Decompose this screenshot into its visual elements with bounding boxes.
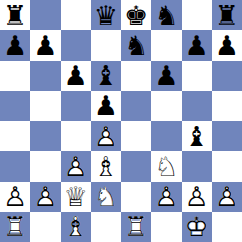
- square-a6[interactable]: [0, 61, 30, 91]
- white-pawn-icon: ♟♙: [61, 151, 91, 181]
- square-h6[interactable]: [212, 61, 242, 91]
- square-e7[interactable]: ♞: [121, 30, 151, 60]
- square-b6[interactable]: [30, 61, 60, 91]
- square-h2[interactable]: ♟♙: [212, 182, 242, 212]
- square-f6[interactable]: ♟: [151, 61, 181, 91]
- black-king-icon: ♚: [121, 0, 151, 30]
- white-pawn-icon: ♟♙: [0, 182, 30, 212]
- square-d3[interactable]: ♝♗: [91, 151, 121, 181]
- square-g6[interactable]: [182, 61, 212, 91]
- square-a3[interactable]: [0, 151, 30, 181]
- white-pawn-icon: ♟♙: [91, 121, 121, 151]
- black-pawn-icon: ♟: [61, 61, 91, 91]
- square-h1[interactable]: [212, 212, 242, 242]
- square-c4[interactable]: [61, 121, 91, 151]
- black-pawn-icon: ♟: [212, 30, 242, 60]
- square-a2[interactable]: ♟♙: [0, 182, 30, 212]
- square-b3[interactable]: [30, 151, 60, 181]
- square-e6[interactable]: [121, 61, 151, 91]
- black-knight-icon: ♞: [121, 30, 151, 60]
- square-f4[interactable]: [151, 121, 181, 151]
- square-c6[interactable]: ♟: [61, 61, 91, 91]
- square-d4[interactable]: ♟♙: [91, 121, 121, 151]
- black-pawn-icon: ♟: [0, 30, 30, 60]
- square-c7[interactable]: [61, 30, 91, 60]
- square-d8[interactable]: ♛: [91, 0, 121, 30]
- square-f3[interactable]: ♞♘: [151, 151, 181, 181]
- black-rook-icon: ♜: [212, 0, 242, 30]
- white-knight-icon: ♞♘: [151, 151, 181, 181]
- square-d1[interactable]: [91, 212, 121, 242]
- square-d5[interactable]: ♟: [91, 91, 121, 121]
- square-b5[interactable]: [30, 91, 60, 121]
- square-g8[interactable]: [182, 0, 212, 30]
- square-f7[interactable]: [151, 30, 181, 60]
- square-f8[interactable]: ♞: [151, 0, 181, 30]
- square-e8[interactable]: ♚: [121, 0, 151, 30]
- square-h4[interactable]: [212, 121, 242, 151]
- square-c8[interactable]: [61, 0, 91, 30]
- white-king-icon: ♚♔: [182, 212, 212, 242]
- black-knight-icon: ♞: [151, 0, 181, 30]
- square-a7[interactable]: ♟: [0, 30, 30, 60]
- square-a8[interactable]: ♜: [0, 0, 30, 30]
- black-pawn-icon: ♟: [91, 91, 121, 121]
- white-rook-icon: ♜♖: [0, 212, 30, 242]
- square-a5[interactable]: [0, 91, 30, 121]
- square-e2[interactable]: [121, 182, 151, 212]
- square-b4[interactable]: [30, 121, 60, 151]
- square-g3[interactable]: [182, 151, 212, 181]
- square-e4[interactable]: [121, 121, 151, 151]
- square-b2[interactable]: ♟♙: [30, 182, 60, 212]
- square-g4[interactable]: ♝: [182, 121, 212, 151]
- square-b7[interactable]: ♟: [30, 30, 60, 60]
- black-bishop-icon: ♝: [182, 121, 212, 151]
- white-pawn-icon: ♟♙: [212, 182, 242, 212]
- black-queen-icon: ♛: [91, 0, 121, 30]
- square-a1[interactable]: ♜♖: [0, 212, 30, 242]
- square-c2[interactable]: ♛♕: [61, 182, 91, 212]
- square-d6[interactable]: ♝: [91, 61, 121, 91]
- square-g5[interactable]: [182, 91, 212, 121]
- square-c5[interactable]: [61, 91, 91, 121]
- white-pawn-icon: ♟♙: [30, 182, 60, 212]
- white-bishop-icon: ♝♗: [61, 212, 91, 242]
- square-e1[interactable]: ♜♖: [121, 212, 151, 242]
- white-pawn-icon: ♟♙: [151, 182, 181, 212]
- black-pawn-icon: ♟: [182, 30, 212, 60]
- square-g7[interactable]: ♟: [182, 30, 212, 60]
- square-f1[interactable]: [151, 212, 181, 242]
- square-g1[interactable]: ♚♔: [182, 212, 212, 242]
- square-c1[interactable]: ♝♗: [61, 212, 91, 242]
- square-b1[interactable]: [30, 212, 60, 242]
- black-pawn-icon: ♟: [151, 61, 181, 91]
- square-d7[interactable]: [91, 30, 121, 60]
- square-h8[interactable]: ♜: [212, 0, 242, 30]
- white-pawn-icon: ♟♙: [182, 182, 212, 212]
- square-g2[interactable]: ♟♙: [182, 182, 212, 212]
- square-e5[interactable]: [121, 91, 151, 121]
- square-d2[interactable]: ♞♘: [91, 182, 121, 212]
- square-f5[interactable]: [151, 91, 181, 121]
- white-knight-icon: ♞♘: [91, 182, 121, 212]
- square-a4[interactable]: [0, 121, 30, 151]
- white-rook-icon: ♜♖: [121, 212, 151, 242]
- black-bishop-icon: ♝: [91, 61, 121, 91]
- square-c3[interactable]: ♟♙: [61, 151, 91, 181]
- square-f2[interactable]: ♟♙: [151, 182, 181, 212]
- square-h3[interactable]: [212, 151, 242, 181]
- square-h7[interactable]: ♟: [212, 30, 242, 60]
- square-e3[interactable]: [121, 151, 151, 181]
- black-pawn-icon: ♟: [30, 30, 60, 60]
- chess-board: ♜♛♚♞♜♟♟♞♟♟♟♝♟♟♟♙♝♟♙♝♗♞♘♟♙♟♙♛♕♞♘♟♙♟♙♟♙♜♖♝…: [0, 0, 242, 242]
- white-queen-icon: ♛♕: [61, 182, 91, 212]
- square-h5[interactable]: [212, 91, 242, 121]
- black-rook-icon: ♜: [0, 0, 30, 30]
- square-b8[interactable]: [30, 0, 60, 30]
- white-bishop-icon: ♝♗: [91, 151, 121, 181]
